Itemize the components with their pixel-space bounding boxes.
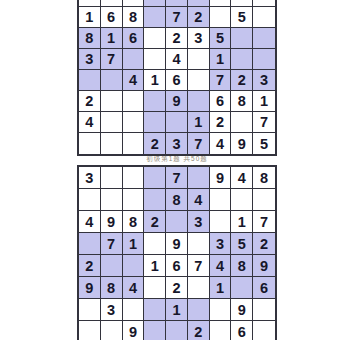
cell-r2c2 bbox=[101, 189, 123, 211]
cell-r8c6: 1 bbox=[188, 112, 210, 133]
cell-r2c2 bbox=[101, 0, 123, 7]
cell-r6c5: 6 bbox=[166, 70, 188, 91]
cell-r7c4 bbox=[144, 91, 166, 112]
cell-r9c9: 5 bbox=[253, 133, 275, 154]
cell-r3c8: 1 bbox=[231, 211, 253, 233]
cell-r2c4 bbox=[144, 0, 166, 7]
cell-r2c5 bbox=[166, 0, 188, 7]
cell-r4c5: 9 bbox=[166, 233, 188, 255]
cell-r5c3 bbox=[123, 49, 145, 70]
cell-r2c6 bbox=[188, 0, 210, 7]
cell-r3c2: 9 bbox=[101, 211, 123, 233]
cell-r4c4 bbox=[144, 28, 166, 49]
cell-r3c7 bbox=[210, 211, 232, 233]
cell-r8c3 bbox=[123, 112, 145, 133]
cell-r4c4 bbox=[144, 233, 166, 255]
cell-r7c7: 6 bbox=[210, 91, 232, 112]
cell-r7c5: 1 bbox=[166, 299, 188, 321]
cell-r3c3: 8 bbox=[123, 211, 145, 233]
cell-r5c1: 3 bbox=[79, 49, 101, 70]
cell-r1c7: 9 bbox=[210, 167, 232, 189]
cell-r5c7: 1 bbox=[210, 49, 232, 70]
cell-r1c2 bbox=[101, 167, 123, 189]
cell-r7c1 bbox=[79, 299, 101, 321]
cell-r3c2: 6 bbox=[101, 7, 123, 28]
cell-r4c9 bbox=[253, 28, 275, 49]
cell-r7c8: 9 bbox=[231, 299, 253, 321]
cell-r7c3 bbox=[123, 299, 145, 321]
cell-r4c3: 6 bbox=[123, 28, 145, 49]
cell-r4c1: 8 bbox=[79, 28, 101, 49]
cell-r6c7: 1 bbox=[210, 277, 232, 299]
cell-r2c8 bbox=[231, 189, 253, 211]
cell-r6c9: 6 bbox=[253, 277, 275, 299]
cell-r8c5 bbox=[166, 321, 188, 340]
cell-r1c8: 4 bbox=[231, 167, 253, 189]
cell-r3c9 bbox=[253, 7, 275, 28]
cell-r4c5: 2 bbox=[166, 28, 188, 49]
cell-r7c3 bbox=[123, 91, 145, 112]
cell-r5c2: 7 bbox=[101, 49, 123, 70]
cell-r1c4 bbox=[144, 167, 166, 189]
cell-r6c5: 2 bbox=[166, 277, 188, 299]
cell-r5c1: 2 bbox=[79, 255, 101, 277]
cell-r5c4: 1 bbox=[144, 255, 166, 277]
cell-r8c6: 2 bbox=[188, 321, 210, 340]
cell-r6c2 bbox=[101, 70, 123, 91]
cell-r8c1 bbox=[79, 321, 101, 340]
cell-r5c9: 9 bbox=[253, 255, 275, 277]
cell-r8c7 bbox=[210, 321, 232, 340]
cell-r8c8 bbox=[231, 112, 253, 133]
cell-r9c2 bbox=[101, 133, 123, 154]
cell-r3c6: 3 bbox=[188, 211, 210, 233]
cell-r5c3 bbox=[123, 255, 145, 277]
cell-r1c1: 3 bbox=[79, 167, 101, 189]
cell-r7c4 bbox=[144, 299, 166, 321]
puzzle-caption: 初级第1题 共50题 bbox=[77, 153, 277, 165]
cell-r3c1: 1 bbox=[79, 7, 101, 28]
cell-r1c3 bbox=[123, 167, 145, 189]
cell-r2c1 bbox=[79, 0, 101, 7]
cell-r6c6 bbox=[188, 277, 210, 299]
cell-r2c1 bbox=[79, 189, 101, 211]
cell-r4c2: 1 bbox=[101, 28, 123, 49]
cell-r3c4: 2 bbox=[144, 211, 166, 233]
cell-r9c8: 9 bbox=[231, 133, 253, 154]
cell-r7c9: 1 bbox=[253, 91, 275, 112]
cell-r4c6: 3 bbox=[188, 28, 210, 49]
cell-r5c6: 7 bbox=[188, 255, 210, 277]
cell-r9c4: 2 bbox=[144, 133, 166, 154]
cell-r6c8 bbox=[231, 277, 253, 299]
cell-r7c6 bbox=[188, 299, 210, 321]
cell-r9c5: 3 bbox=[166, 133, 188, 154]
cell-r3c9: 7 bbox=[253, 211, 275, 233]
cell-r5c9 bbox=[253, 49, 275, 70]
cell-r6c3: 4 bbox=[123, 70, 145, 91]
cell-r4c9: 2 bbox=[253, 233, 275, 255]
cell-r7c5: 9 bbox=[166, 91, 188, 112]
cell-r4c1 bbox=[79, 233, 101, 255]
cell-r5c8 bbox=[231, 49, 253, 70]
cell-r4c8 bbox=[231, 28, 253, 49]
cell-r2c9 bbox=[253, 0, 275, 7]
cell-r1c6 bbox=[188, 167, 210, 189]
cell-r8c3: 9 bbox=[123, 321, 145, 340]
cell-r7c8: 8 bbox=[231, 91, 253, 112]
cell-r7c2: 3 bbox=[101, 299, 123, 321]
cell-r9c3 bbox=[123, 133, 145, 154]
cell-r7c2 bbox=[101, 91, 123, 112]
cell-r1c9: 8 bbox=[253, 167, 275, 189]
cell-r2c3 bbox=[123, 0, 145, 7]
cell-r8c2 bbox=[101, 321, 123, 340]
cell-r2c3 bbox=[123, 189, 145, 211]
cell-r4c7: 3 bbox=[210, 233, 232, 255]
cell-r3c6: 2 bbox=[188, 7, 210, 28]
cell-r7c6 bbox=[188, 91, 210, 112]
cell-r5c8: 8 bbox=[231, 255, 253, 277]
cell-r2c5: 8 bbox=[166, 189, 188, 211]
cell-r3c5 bbox=[166, 211, 188, 233]
cell-r7c7 bbox=[210, 299, 232, 321]
cell-r9c7: 4 bbox=[210, 133, 232, 154]
cell-r8c5 bbox=[166, 112, 188, 133]
cell-r6c2: 8 bbox=[101, 277, 123, 299]
cell-r8c9 bbox=[253, 321, 275, 340]
sudoku-grid-bottom: 379488449823177193522167489984216319926 bbox=[77, 165, 277, 340]
cell-r5c5: 6 bbox=[166, 255, 188, 277]
cell-r1c5: 7 bbox=[166, 167, 188, 189]
cell-r6c3: 4 bbox=[123, 277, 145, 299]
cell-r8c9: 7 bbox=[253, 112, 275, 133]
cell-r2c9 bbox=[253, 189, 275, 211]
cell-r6c4: 1 bbox=[144, 70, 166, 91]
cell-r8c4 bbox=[144, 321, 166, 340]
cell-r6c4 bbox=[144, 277, 166, 299]
cell-r5c4 bbox=[144, 49, 166, 70]
cell-r6c7: 7 bbox=[210, 70, 232, 91]
cell-r2c8 bbox=[231, 0, 253, 7]
sudoku-grid-top: 1687258162353741416723296814127237495 bbox=[77, 0, 277, 156]
cell-r4c6 bbox=[188, 233, 210, 255]
cell-r2c6: 4 bbox=[188, 189, 210, 211]
cell-r2c7 bbox=[210, 0, 232, 7]
cell-r5c2 bbox=[101, 255, 123, 277]
cell-r3c5: 7 bbox=[166, 7, 188, 28]
cell-r5c7: 4 bbox=[210, 255, 232, 277]
cell-r8c1: 4 bbox=[79, 112, 101, 133]
cell-r2c7 bbox=[210, 189, 232, 211]
cell-r8c7: 2 bbox=[210, 112, 232, 133]
cell-r4c7: 5 bbox=[210, 28, 232, 49]
cell-r8c4 bbox=[144, 112, 166, 133]
cell-r9c1 bbox=[79, 133, 101, 154]
cell-r6c8: 2 bbox=[231, 70, 253, 91]
cell-r6c6 bbox=[188, 70, 210, 91]
cell-r9c6: 7 bbox=[188, 133, 210, 154]
cell-r6c1 bbox=[79, 70, 101, 91]
cell-r3c8: 5 bbox=[231, 7, 253, 28]
cell-r4c8: 5 bbox=[231, 233, 253, 255]
cell-r4c2: 7 bbox=[101, 233, 123, 255]
cell-r5c6 bbox=[188, 49, 210, 70]
cell-r3c7 bbox=[210, 7, 232, 28]
cell-r7c9 bbox=[253, 299, 275, 321]
cell-r3c3: 8 bbox=[123, 7, 145, 28]
cell-r5c5: 4 bbox=[166, 49, 188, 70]
cell-r2c4 bbox=[144, 189, 166, 211]
cell-r8c8: 6 bbox=[231, 321, 253, 340]
cell-r4c3: 1 bbox=[123, 233, 145, 255]
cell-r8c2 bbox=[101, 112, 123, 133]
cell-r6c1: 9 bbox=[79, 277, 101, 299]
cell-r3c4 bbox=[144, 7, 166, 28]
cell-r6c9: 3 bbox=[253, 70, 275, 91]
puzzle-sheet: 1687258162353741416723296814127237495 初级… bbox=[0, 0, 353, 340]
cell-r3c1: 4 bbox=[79, 211, 101, 233]
cell-r7c1: 2 bbox=[79, 91, 101, 112]
